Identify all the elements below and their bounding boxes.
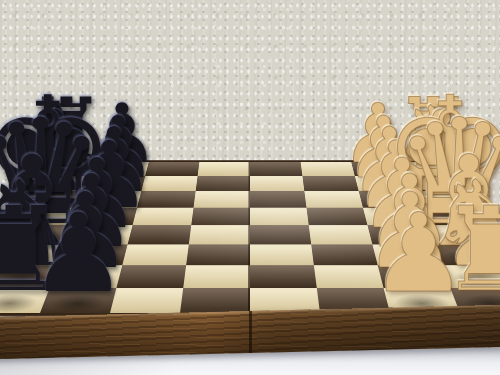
- square-c1: [434, 244, 500, 265]
- square-b1: [442, 265, 500, 288]
- square-a5: [180, 288, 250, 313]
- square-g8: [33, 176, 93, 191]
- flash-glare-highlight: [135, 145, 435, 290]
- square-a6: [110, 288, 183, 313]
- square-d8: [5, 225, 74, 244]
- square-c7: [58, 244, 127, 265]
- square-e7: [74, 208, 137, 226]
- square-h8: [40, 162, 98, 176]
- square-e8: [15, 208, 81, 226]
- square-f8: [24, 191, 87, 207]
- square-g7: [87, 176, 145, 191]
- chess-set-photo: ♜♟♟♜♞♟♟♞♝♟♟♝♚♟♟♚♛♟♟♛♝♟♟♝♞♟♟♞♜♟♟♜: [0, 0, 500, 375]
- square-d7: [66, 225, 132, 244]
- square-c8: [0, 244, 66, 265]
- square-h7: [93, 162, 149, 176]
- square-d1: [426, 225, 495, 244]
- square-f7: [81, 191, 142, 207]
- square-a7: [40, 288, 116, 313]
- square-h1: [402, 162, 460, 176]
- square-b7: [50, 265, 123, 288]
- square-b6: [116, 265, 186, 288]
- board-fold-seam: [249, 311, 252, 353]
